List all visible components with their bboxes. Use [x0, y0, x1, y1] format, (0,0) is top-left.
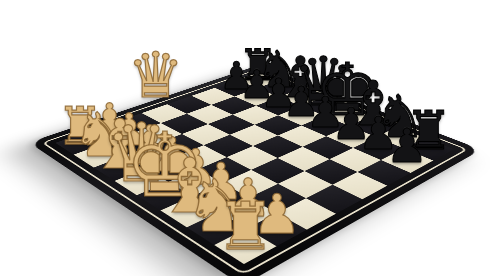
chess-set-product-photo: ♜♞♝♛♚♝♞♜♟♟♟♟♟♟♟♟♟♟♟♟♟♟♟♟♜♞♝♛♚♝♞♜♛ [0, 0, 490, 276]
board-grid [55, 73, 454, 264]
chess-board [29, 65, 481, 276]
